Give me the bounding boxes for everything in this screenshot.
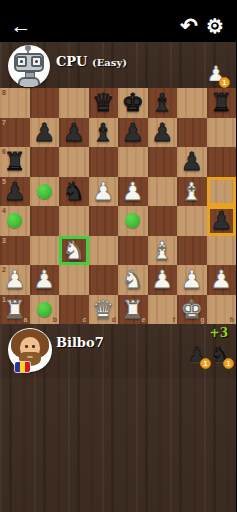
piece-br-h8: ♜ [207,88,237,118]
square-a3[interactable]: 3 [0,236,30,266]
back-button[interactable]: ← [8,14,34,38]
square-f1[interactable]: f [148,295,178,325]
settings-button[interactable]: ⚙ [202,14,228,38]
piece-br-a6: ♜ [0,147,30,177]
player-name: Bilbo7 [56,335,104,350]
square-d2[interactable] [89,265,119,295]
square-d1[interactable]: d♛ [89,295,119,325]
piece-bp-h4: ♟ [207,206,237,236]
square-e4[interactable] [118,206,148,236]
square-e6[interactable] [118,147,148,177]
piece-wp-b2: ♟ [30,265,60,295]
top-app-bar: ← ↶ ⚙ [0,0,236,42]
legal-move-dot-b1 [37,302,52,317]
square-d8[interactable]: ♛ [89,88,119,118]
piece-bp-e7: ♟ [118,118,148,148]
square-d5[interactable]: ♟ [89,177,119,207]
undo-icon: ↶ [180,14,198,38]
opponent-bar: CPU (Easy) ♟1 [0,42,236,88]
square-f2[interactable]: ♟ [148,265,178,295]
file-label-c: c [83,316,87,323]
square-g8[interactable] [177,88,207,118]
legal-move-dot-e4 [125,213,140,228]
back-arrow-icon: ← [11,14,32,38]
square-h3[interactable] [207,236,237,266]
square-b3[interactable] [30,236,60,266]
square-a6[interactable]: 6♜ [0,147,30,177]
square-g2[interactable]: ♟ [177,265,207,295]
piece-wn-c3: ♞ [59,236,89,266]
piece-bq-d8: ♛ [89,88,119,118]
square-a7[interactable]: 7 [0,118,30,148]
piece-bn-c5: ♞ [59,177,89,207]
square-f7[interactable]: ♟ [148,118,178,148]
piece-bp-b7: ♟ [30,118,60,148]
captured-count-badge: 1 [219,77,230,88]
square-c5[interactable]: ♞ [59,177,89,207]
file-label-h: h [230,316,234,323]
square-e1[interactable]: e♜ [118,295,148,325]
material-advantage: +3 [210,326,228,340]
rank-label-7: 7 [2,119,6,126]
cpu-difficulty: (Easy) [92,57,127,68]
square-c6[interactable] [59,147,89,177]
square-c1[interactable]: c [59,295,89,325]
piece-bk-e8: ♚ [118,88,148,118]
square-f6[interactable] [148,147,178,177]
square-d3[interactable] [89,236,119,266]
square-e5[interactable]: ♟ [118,177,148,207]
square-a8[interactable]: 8 [0,88,30,118]
square-e8[interactable]: ♚ [118,88,148,118]
square-b4[interactable] [30,206,60,236]
square-h5[interactable] [207,177,237,207]
captured-bn: ♞1 [210,342,230,368]
rank-label-3: 3 [2,237,6,244]
piece-bb-f8: ♝ [148,88,178,118]
piece-wn-e2: ♞ [118,265,148,295]
square-g5[interactable]: ♝ [177,177,207,207]
square-c4[interactable] [59,206,89,236]
square-b5[interactable] [30,177,60,207]
square-f3[interactable]: ♝ [148,236,178,266]
square-h1[interactable]: h [207,295,237,325]
rank-label-8: 8 [2,89,6,96]
square-h6[interactable] [207,147,237,177]
legal-move-dot-b5 [37,184,52,199]
file-label-b: b [53,316,57,323]
rank-label-4: 4 [2,207,6,214]
piece-wk-g1: ♚ [177,295,207,325]
square-c3[interactable]: ♞ [59,236,89,266]
square-e3[interactable] [118,236,148,266]
square-f8[interactable]: ♝ [148,88,178,118]
piece-wp-h2: ♟ [207,265,237,295]
player-captured-tray: ♟1♞1 [187,342,230,368]
piece-wp-g2: ♟ [177,265,207,295]
square-b6[interactable] [30,147,60,177]
piece-bb-d7: ♝ [89,118,119,148]
background-area [0,378,236,512]
square-h8[interactable]: ♜ [207,88,237,118]
square-b7[interactable]: ♟ [30,118,60,148]
square-e7[interactable]: ♟ [118,118,148,148]
captured-bp: ♟1 [187,342,207,368]
piece-bp-a5: ♟ [0,177,30,207]
player-country-flag [15,362,30,372]
piece-wb-f3: ♝ [148,236,178,266]
square-c8[interactable] [59,88,89,118]
cpu-avatar [8,45,50,87]
square-g4[interactable] [177,206,207,236]
square-g3[interactable] [177,236,207,266]
captured-wp: ♟1 [206,61,226,87]
cpu-captured-tray: ♟1 [206,61,226,87]
square-f5[interactable] [148,177,178,207]
piece-wp-f2: ♟ [148,265,178,295]
gear-icon: ⚙ [206,14,224,38]
square-h7[interactable] [207,118,237,148]
player-bar: Bilbo7 +3 ♟1♞1 [0,324,236,378]
piece-bp-g6: ♟ [177,147,207,177]
square-d7[interactable]: ♝ [89,118,119,148]
square-f4[interactable] [148,206,178,236]
cpu-name: CPU (Easy) [56,54,127,69]
piece-wp-d5: ♟ [89,177,119,207]
square-d6[interactable] [89,147,119,177]
square-b1[interactable]: b [30,295,60,325]
piece-wp-a2: ♟ [0,265,30,295]
square-d4[interactable] [89,206,119,236]
square-h2[interactable]: ♟ [207,265,237,295]
square-c2[interactable] [59,265,89,295]
undo-move-button[interactable]: ↶ [176,14,202,38]
square-b8[interactable] [30,88,60,118]
square-a4[interactable]: 4 [0,206,30,236]
square-g7[interactable] [177,118,207,148]
square-a5[interactable]: 5♟ [0,177,30,207]
chess-app-screen: ← ↶ ⚙ CPU (Easy) ♟1 8♛♚♝♜7♟♟♝♟♟6♜♟5♟♞♟♟♝… [0,0,236,512]
piece-wr-a1: ♜ [0,295,30,325]
piece-wp-e5: ♟ [118,177,148,207]
square-a1[interactable]: 1a♜ [0,295,30,325]
chess-board: 8♛♚♝♜7♟♟♝♟♟6♜♟5♟♞♟♟♝4♟3♞♝2♟♟♞♟♟♟1a♜bcd♛e… [0,88,236,324]
piece-bp-c7: ♟ [59,118,89,148]
square-b2[interactable]: ♟ [30,265,60,295]
square-g6[interactable]: ♟ [177,147,207,177]
file-label-f: f [173,316,175,323]
square-a2[interactable]: 2♟ [0,265,30,295]
captured-count-badge: 1 [223,358,234,369]
square-c7[interactable]: ♟ [59,118,89,148]
piece-wq-d1: ♛ [89,295,119,325]
piece-bp-f7: ♟ [148,118,178,148]
piece-wb-g5: ♝ [177,177,207,207]
piece-wr-e1: ♜ [118,295,148,325]
square-g1[interactable]: g♚ [177,295,207,325]
legal-move-dot-a4 [7,213,22,228]
square-e2[interactable]: ♞ [118,265,148,295]
square-h4[interactable]: ♟ [207,206,237,236]
